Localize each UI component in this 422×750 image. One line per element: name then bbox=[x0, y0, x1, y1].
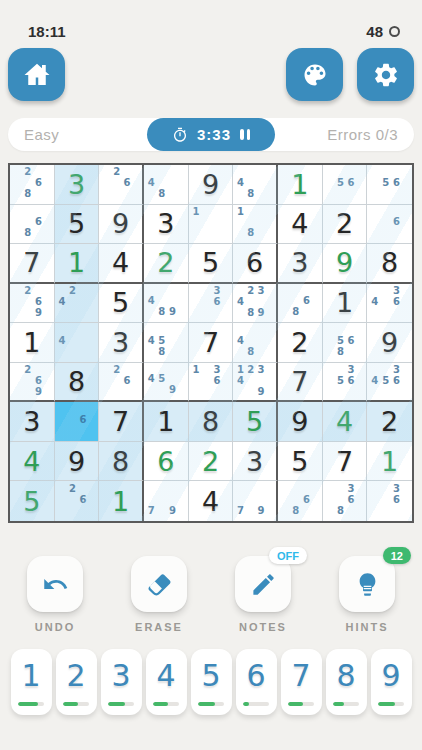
cell-r3c1[interactable]: 7 bbox=[10, 244, 55, 284]
numpad-8[interactable]: 8 bbox=[326, 649, 367, 715]
cell-r7c8[interactable]: 4 bbox=[323, 402, 368, 442]
numpad-3[interactable]: 3 bbox=[101, 649, 142, 715]
cell-r4c6[interactable]: 23489 bbox=[233, 284, 278, 324]
cell-r8c8[interactable]: 7 bbox=[323, 442, 368, 482]
cell-r9c5[interactable]: 4 bbox=[189, 481, 234, 521]
numpad-2[interactable]: 2 bbox=[56, 649, 97, 715]
cell-r1c9[interactable]: 56 bbox=[367, 165, 412, 205]
erase-label: ERASE bbox=[135, 621, 183, 633]
numpad-5[interactable]: 5 bbox=[191, 649, 232, 715]
cell-r8c1[interactable]: 4 bbox=[10, 442, 55, 482]
cell-r4c1[interactable]: 269 bbox=[10, 284, 55, 324]
cell-r7c9[interactable]: 2 bbox=[367, 402, 412, 442]
numpad-9[interactable]: 9 bbox=[371, 649, 412, 715]
battery-indicator: 48 bbox=[366, 23, 400, 40]
undo-icon bbox=[42, 571, 69, 598]
cell-r2c7[interactable]: 4 bbox=[278, 205, 323, 245]
cell-r4c2[interactable]: 24 bbox=[55, 284, 100, 324]
cell-r2c6[interactable]: 18 bbox=[233, 205, 278, 245]
cell-r1c3[interactable]: 26 bbox=[99, 165, 144, 205]
cell-r2c1[interactable]: 68 bbox=[10, 205, 55, 245]
cell-r9c8[interactable]: 368 bbox=[323, 481, 368, 521]
cell-r1c5[interactable]: 9 bbox=[189, 165, 234, 205]
cell-r4c3[interactable]: 5 bbox=[99, 284, 144, 324]
cell-r8c5[interactable]: 2 bbox=[189, 442, 234, 482]
numpad-6[interactable]: 6 bbox=[236, 649, 277, 715]
cell-r5c8[interactable]: 568 bbox=[323, 323, 368, 363]
cell-r3c9[interactable]: 8 bbox=[367, 244, 412, 284]
cell-r4c8[interactable]: 1 bbox=[323, 284, 368, 324]
cell-r8c2[interactable]: 9 bbox=[55, 442, 100, 482]
undo-tool: UNDO bbox=[22, 556, 88, 633]
cell-r6c1[interactable]: 269 bbox=[10, 363, 55, 403]
battery-icon bbox=[389, 26, 400, 37]
stopwatch-icon bbox=[172, 127, 188, 143]
home-icon bbox=[22, 60, 52, 90]
number-pad: 123456789 bbox=[0, 649, 422, 715]
cell-r5c4[interactable]: 458 bbox=[144, 323, 189, 363]
info-bar: Easy 3:33 Errors 0/3 bbox=[8, 118, 414, 151]
timer-value: 3:33 bbox=[197, 126, 231, 143]
cell-r6c4[interactable]: 459 bbox=[144, 363, 189, 403]
cell-r3c4[interactable]: 2 bbox=[144, 244, 189, 284]
cell-r4c7[interactable]: 68 bbox=[278, 284, 323, 324]
cell-r9c7[interactable]: 68 bbox=[278, 481, 323, 521]
cell-r6c3[interactable]: 26 bbox=[99, 363, 144, 403]
cell-r5c9[interactable]: 9 bbox=[367, 323, 412, 363]
erase-tool: ERASE bbox=[126, 556, 192, 633]
cell-r4c9[interactable]: 346 bbox=[367, 284, 412, 324]
cell-r3c3[interactable]: 4 bbox=[99, 244, 144, 284]
timer-pill[interactable]: 3:33 bbox=[147, 118, 275, 151]
cell-r7c1[interactable]: 3 bbox=[10, 402, 55, 442]
sudoku-board: 2683264894815656685931184267142563982692… bbox=[8, 163, 414, 523]
cell-r5c7[interactable]: 2 bbox=[278, 323, 323, 363]
cell-r1c8[interactable]: 56 bbox=[323, 165, 368, 205]
cell-r5c6[interactable]: 48 bbox=[233, 323, 278, 363]
cell-r5c3[interactable]: 3 bbox=[99, 323, 144, 363]
sudoku-grid: 2683264894815656685931184267142563982692… bbox=[10, 165, 412, 521]
cell-r2c9[interactable]: 6 bbox=[367, 205, 412, 245]
cell-r2c4[interactable]: 3 bbox=[144, 205, 189, 245]
cell-r7c3[interactable]: 7 bbox=[99, 402, 144, 442]
status-time: 18:11 bbox=[28, 23, 66, 40]
cell-r3c7[interactable]: 3 bbox=[278, 244, 323, 284]
cell-r9c3[interactable]: 1 bbox=[99, 481, 144, 521]
cell-r5c2[interactable]: 4 bbox=[55, 323, 100, 363]
cell-r6c8[interactable]: 356 bbox=[323, 363, 368, 403]
header bbox=[0, 44, 422, 101]
theme-palette-button[interactable] bbox=[286, 48, 343, 101]
numpad-4[interactable]: 4 bbox=[146, 649, 187, 715]
numpad-1[interactable]: 1 bbox=[11, 649, 52, 715]
difficulty-label: Easy bbox=[24, 126, 59, 143]
cell-r3c6[interactable]: 6 bbox=[233, 244, 278, 284]
hints-label: HINTS bbox=[346, 621, 389, 633]
undo-label: UNDO bbox=[35, 621, 75, 633]
cell-r4c4[interactable]: 489 bbox=[144, 284, 189, 324]
pencil-icon bbox=[250, 571, 277, 598]
cell-r9c4[interactable]: 79 bbox=[144, 481, 189, 521]
cell-r1c1[interactable]: 268 bbox=[10, 165, 55, 205]
hints-button[interactable]: 12 bbox=[339, 556, 395, 612]
cell-r8c7[interactable]: 5 bbox=[278, 442, 323, 482]
cell-r6c5[interactable]: 136 bbox=[189, 363, 234, 403]
cell-r8c9[interactable]: 1 bbox=[367, 442, 412, 482]
notes-button[interactable]: OFF bbox=[235, 556, 291, 612]
cell-r4c5[interactable]: 36 bbox=[189, 284, 234, 324]
cell-r1c4[interactable]: 48 bbox=[144, 165, 189, 205]
home-button[interactable] bbox=[8, 48, 65, 101]
cell-r1c7[interactable]: 1 bbox=[278, 165, 323, 205]
settings-button[interactable] bbox=[357, 48, 414, 101]
cell-r3c5[interactable]: 5 bbox=[189, 244, 234, 284]
cell-r6c7[interactable]: 7 bbox=[278, 363, 323, 403]
errors-label: Errors 0/3 bbox=[327, 126, 398, 143]
cell-r5c1[interactable]: 1 bbox=[10, 323, 55, 363]
cell-r8c3[interactable]: 8 bbox=[99, 442, 144, 482]
lightbulb-icon bbox=[354, 571, 381, 598]
notes-label: NOTES bbox=[239, 621, 287, 633]
notes-tool: OFF NOTES bbox=[230, 556, 296, 633]
hints-count-badge: 12 bbox=[383, 547, 411, 564]
cell-r1c2[interactable]: 3 bbox=[55, 165, 100, 205]
app-screen: 18:11 48 Easy 3:33 Errors 0/3 2683264894… bbox=[0, 0, 422, 715]
toolbar: UNDO ERASE OFF NOTES 12 HINTS bbox=[0, 556, 422, 633]
pause-button[interactable] bbox=[240, 129, 250, 140]
hints-tool: 12 HINTS bbox=[334, 556, 400, 633]
gear-icon bbox=[372, 61, 400, 89]
cell-r9c2[interactable]: 26 bbox=[55, 481, 100, 521]
notes-off-badge: OFF bbox=[269, 547, 307, 564]
cell-r9c1[interactable]: 5 bbox=[10, 481, 55, 521]
cell-r9c9[interactable]: 36 bbox=[367, 481, 412, 521]
numpad-7[interactable]: 7 bbox=[281, 649, 322, 715]
undo-button[interactable] bbox=[27, 556, 83, 612]
cell-r7c7[interactable]: 9 bbox=[278, 402, 323, 442]
cell-r3c2[interactable]: 1 bbox=[55, 244, 100, 284]
cell-r1c6[interactable]: 48 bbox=[233, 165, 278, 205]
cell-r3c8[interactable]: 9 bbox=[323, 244, 368, 284]
status-bar: 18:11 48 bbox=[0, 0, 422, 44]
cell-r9c6[interactable]: 79 bbox=[233, 481, 278, 521]
cell-r6c9[interactable]: 3456 bbox=[367, 363, 412, 403]
eraser-icon bbox=[146, 571, 173, 598]
cell-r5c5[interactable]: 7 bbox=[189, 323, 234, 363]
cell-r2c8[interactable]: 2 bbox=[323, 205, 368, 245]
erase-button[interactable] bbox=[131, 556, 187, 612]
cell-r7c5[interactable]: 8 bbox=[189, 402, 234, 442]
cell-r7c2[interactable]: 6 bbox=[55, 402, 100, 442]
cell-r6c2[interactable]: 8 bbox=[55, 363, 100, 403]
cell-r2c5[interactable]: 1 bbox=[189, 205, 234, 245]
cell-r7c6[interactable]: 5 bbox=[233, 402, 278, 442]
cell-r8c4[interactable]: 6 bbox=[144, 442, 189, 482]
cell-r2c3[interactable]: 9 bbox=[99, 205, 144, 245]
cell-r8c6[interactable]: 3 bbox=[233, 442, 278, 482]
palette-icon bbox=[301, 61, 329, 89]
battery-percent: 48 bbox=[366, 23, 383, 40]
cell-r2c2[interactable]: 5 bbox=[55, 205, 100, 245]
cell-r7c4[interactable]: 1 bbox=[144, 402, 189, 442]
cell-r6c6[interactable]: 12349 bbox=[233, 363, 278, 403]
